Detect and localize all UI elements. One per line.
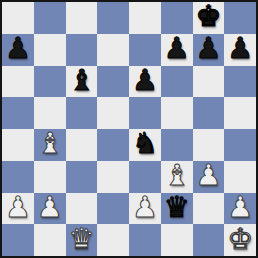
square-e8[interactable] [129, 2, 161, 34]
square-d2[interactable] [97, 193, 129, 225]
square-f7[interactable]: ♟ [161, 34, 193, 66]
square-a7[interactable]: ♟ [2, 34, 34, 66]
square-b6[interactable] [34, 66, 66, 98]
square-h3[interactable] [224, 161, 256, 193]
piece-white-king[interactable]: ♚ [227, 225, 253, 254]
square-g8[interactable]: ♚ [193, 2, 225, 34]
square-g1[interactable] [193, 224, 225, 256]
square-g3[interactable]: ♟ [193, 161, 225, 193]
square-g2[interactable] [193, 193, 225, 225]
piece-black-queen[interactable]: ♛ [164, 193, 190, 222]
piece-black-pawn[interactable]: ♟ [227, 34, 253, 63]
square-g7[interactable]: ♟ [193, 34, 225, 66]
square-c5[interactable] [66, 97, 98, 129]
square-b2[interactable]: ♟ [34, 193, 66, 225]
square-b3[interactable] [34, 161, 66, 193]
square-d1[interactable] [97, 224, 129, 256]
square-h7[interactable]: ♟ [224, 34, 256, 66]
piece-black-pawn[interactable]: ♟ [164, 34, 190, 63]
piece-black-pawn[interactable]: ♟ [5, 34, 31, 63]
square-b1[interactable] [34, 224, 66, 256]
square-f4[interactable] [161, 129, 193, 161]
square-b7[interactable] [34, 34, 66, 66]
square-c1[interactable]: ♛ [66, 224, 98, 256]
square-h4[interactable] [224, 129, 256, 161]
piece-black-king[interactable]: ♚ [195, 2, 221, 31]
chess-board-wrapper: ♚♟♟♟♟♝♟♝♞♝♟♟♟♟♛♟♛♚ [0, 0, 258, 258]
square-a8[interactable] [2, 2, 34, 34]
piece-white-pawn[interactable]: ♟ [227, 193, 253, 222]
square-d6[interactable] [97, 66, 129, 98]
square-a1[interactable] [2, 224, 34, 256]
square-a4[interactable] [2, 129, 34, 161]
piece-white-pawn[interactable]: ♟ [5, 193, 31, 222]
square-d8[interactable] [97, 2, 129, 34]
square-c7[interactable] [66, 34, 98, 66]
piece-black-pawn[interactable]: ♟ [195, 34, 221, 63]
square-h6[interactable] [224, 66, 256, 98]
square-e4[interactable]: ♞ [129, 129, 161, 161]
square-d5[interactable] [97, 97, 129, 129]
square-c8[interactable] [66, 2, 98, 34]
square-e7[interactable] [129, 34, 161, 66]
square-f1[interactable] [161, 224, 193, 256]
square-e3[interactable] [129, 161, 161, 193]
square-c3[interactable] [66, 161, 98, 193]
square-h2[interactable]: ♟ [224, 193, 256, 225]
square-e2[interactable]: ♟ [129, 193, 161, 225]
square-a3[interactable] [2, 161, 34, 193]
square-e6[interactable]: ♟ [129, 66, 161, 98]
square-b8[interactable] [34, 2, 66, 34]
square-a2[interactable]: ♟ [2, 193, 34, 225]
square-c4[interactable] [66, 129, 98, 161]
square-g6[interactable] [193, 66, 225, 98]
piece-white-pawn[interactable]: ♟ [132, 193, 158, 222]
piece-black-pawn[interactable]: ♟ [132, 66, 158, 95]
square-b4[interactable]: ♝ [34, 129, 66, 161]
square-g5[interactable] [193, 97, 225, 129]
piece-white-queen[interactable]: ♛ [68, 225, 94, 254]
square-d3[interactable] [97, 161, 129, 193]
square-b5[interactable] [34, 97, 66, 129]
square-d7[interactable] [97, 34, 129, 66]
square-c6[interactable]: ♝ [66, 66, 98, 98]
square-e5[interactable] [129, 97, 161, 129]
piece-black-knight[interactable]: ♞ [132, 129, 158, 158]
piece-white-bishop[interactable]: ♝ [37, 129, 63, 158]
piece-white-pawn[interactable]: ♟ [195, 161, 221, 190]
square-e1[interactable] [129, 224, 161, 256]
square-f2[interactable]: ♛ [161, 193, 193, 225]
chess-board: ♚♟♟♟♟♝♟♝♞♝♟♟♟♟♛♟♛♚ [0, 0, 258, 258]
square-h1[interactable]: ♚ [224, 224, 256, 256]
square-f8[interactable] [161, 2, 193, 34]
square-f6[interactable] [161, 66, 193, 98]
square-a6[interactable] [2, 66, 34, 98]
piece-white-pawn[interactable]: ♟ [37, 193, 63, 222]
square-g4[interactable] [193, 129, 225, 161]
piece-black-bishop[interactable]: ♝ [68, 66, 94, 95]
square-h8[interactable] [224, 2, 256, 34]
square-c2[interactable] [66, 193, 98, 225]
square-f3[interactable]: ♝ [161, 161, 193, 193]
square-a5[interactable] [2, 97, 34, 129]
square-f5[interactable] [161, 97, 193, 129]
square-d4[interactable] [97, 129, 129, 161]
square-h5[interactable] [224, 97, 256, 129]
piece-white-bishop[interactable]: ♝ [164, 161, 190, 190]
